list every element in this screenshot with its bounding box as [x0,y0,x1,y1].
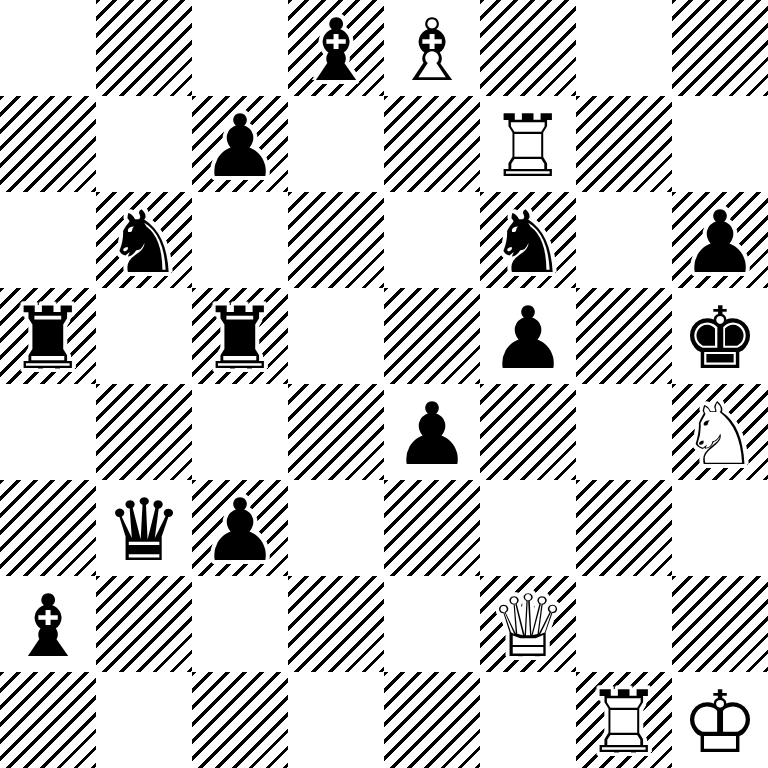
square-c6[interactable] [192,192,288,288]
chess-board: ♝♝♝♗♟♟♜♖♞♞♞♞♟♟♜♜♜♜♟♟♚♚♟♟♞♘♛♛♟♟♝♝♛♕♜♖♚♔ [0,0,768,768]
square-e3[interactable] [384,480,480,576]
square-f1[interactable] [480,672,576,768]
square-a2[interactable]: ♝♝ [0,576,96,672]
black-rook-c5[interactable]: ♜ [192,290,288,386]
square-c8[interactable] [192,0,288,96]
square-a1[interactable] [0,672,96,768]
white-rook-g1[interactable]: ♖ [576,674,672,768]
square-b6[interactable]: ♞♞ [96,192,192,288]
square-h6[interactable]: ♟♟ [672,192,768,288]
black-knight-f6[interactable]: ♞ [480,194,576,290]
square-f6[interactable]: ♞♞ [480,192,576,288]
square-b5[interactable] [96,288,192,384]
square-g1[interactable]: ♜♖ [576,672,672,768]
square-a3[interactable] [0,480,96,576]
black-knight-b6[interactable]: ♞ [96,194,192,290]
square-f5[interactable]: ♟♟ [480,288,576,384]
square-d8[interactable]: ♝♝ [288,0,384,96]
square-b8[interactable] [96,0,192,96]
black-pawn-e4[interactable]: ♟ [384,386,480,482]
square-h1[interactable]: ♚♔ [672,672,768,768]
square-a7[interactable] [0,96,96,192]
square-g2[interactable] [576,576,672,672]
square-h5[interactable]: ♚♚ [672,288,768,384]
square-c5[interactable]: ♜♜ [192,288,288,384]
square-h8[interactable] [672,0,768,96]
square-e1[interactable] [384,672,480,768]
square-d1[interactable] [288,672,384,768]
square-b7[interactable] [96,96,192,192]
white-bishop-e8[interactable]: ♗ [384,2,480,98]
white-rook-f7[interactable]: ♖ [480,98,576,194]
square-h2[interactable] [672,576,768,672]
black-queen-b3[interactable]: ♛ [96,482,192,578]
square-g7[interactable] [576,96,672,192]
square-c1[interactable] [192,672,288,768]
square-d2[interactable] [288,576,384,672]
square-e4[interactable]: ♟♟ [384,384,480,480]
square-g5[interactable] [576,288,672,384]
square-c2[interactable] [192,576,288,672]
chess-diagram: ♝♝♝♗♟♟♜♖♞♞♞♞♟♟♜♜♜♜♟♟♚♚♟♟♞♘♛♛♟♟♝♝♛♕♜♖♚♔ [0,0,768,768]
square-b2[interactable] [96,576,192,672]
white-queen-f2[interactable]: ♕ [480,578,576,674]
square-g6[interactable] [576,192,672,288]
square-e7[interactable] [384,96,480,192]
square-h7[interactable] [672,96,768,192]
black-pawn-f5[interactable]: ♟ [480,290,576,386]
square-d5[interactable] [288,288,384,384]
square-c7[interactable]: ♟♟ [192,96,288,192]
square-a4[interactable] [0,384,96,480]
square-a5[interactable]: ♜♜ [0,288,96,384]
square-e6[interactable] [384,192,480,288]
black-king-h5[interactable]: ♚ [672,290,768,386]
black-pawn-c3[interactable]: ♟ [192,482,288,578]
square-b1[interactable] [96,672,192,768]
square-a8[interactable] [0,0,96,96]
black-pawn-h6[interactable]: ♟ [672,194,768,290]
square-a6[interactable] [0,192,96,288]
square-e5[interactable] [384,288,480,384]
square-c3[interactable]: ♟♟ [192,480,288,576]
square-h4[interactable]: ♞♘ [672,384,768,480]
square-g3[interactable] [576,480,672,576]
square-f2[interactable]: ♛♕ [480,576,576,672]
square-d4[interactable] [288,384,384,480]
black-rook-a5[interactable]: ♜ [0,290,96,386]
square-f7[interactable]: ♜♖ [480,96,576,192]
square-b3[interactable]: ♛♛ [96,480,192,576]
square-h3[interactable] [672,480,768,576]
white-knight-h4[interactable]: ♘ [672,386,768,482]
black-bishop-a2[interactable]: ♝ [0,578,96,674]
square-d6[interactable] [288,192,384,288]
black-bishop-d8[interactable]: ♝ [288,2,384,98]
square-e8[interactable]: ♝♗ [384,0,480,96]
square-d7[interactable] [288,96,384,192]
black-pawn-c7[interactable]: ♟ [192,98,288,194]
square-g8[interactable] [576,0,672,96]
square-f8[interactable] [480,0,576,96]
square-f4[interactable] [480,384,576,480]
square-f3[interactable] [480,480,576,576]
square-e2[interactable] [384,576,480,672]
square-g4[interactable] [576,384,672,480]
white-king-h1[interactable]: ♔ [672,674,768,768]
square-b4[interactable] [96,384,192,480]
square-d3[interactable] [288,480,384,576]
square-c4[interactable] [192,384,288,480]
